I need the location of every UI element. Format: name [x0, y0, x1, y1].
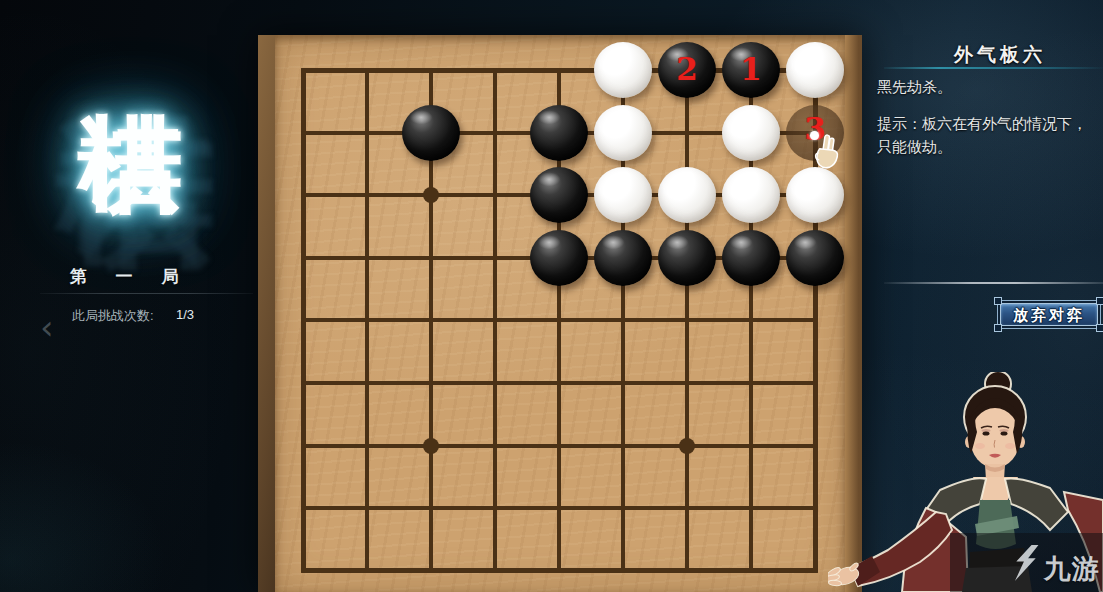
move-number-label: 1: [722, 42, 780, 98]
board-grid-line-v: [685, 68, 689, 574]
board-grid-line-h: [301, 506, 818, 510]
button-corner-ornament: [994, 324, 1002, 332]
go-stone-white: [722, 167, 780, 223]
go-stone-black: [530, 167, 588, 223]
watermark-logo-icon: [1012, 545, 1040, 581]
panel-divider: [884, 282, 1103, 284]
puzzle-title: 外气板六: [897, 42, 1103, 68]
board-grid-line-h: [301, 568, 818, 573]
round-label: 第 一 局: [30, 265, 230, 288]
move-number-label: 2: [658, 42, 716, 98]
back-chevron-icon[interactable]: ‹: [40, 310, 54, 344]
go-stone-black: [658, 230, 716, 286]
go-stone-white: [594, 105, 652, 161]
go-stone-white: [786, 167, 844, 223]
puzzle-hint: 提示：板六在有外气的情况下，只能做劫。: [877, 112, 1099, 158]
go-stone-black: [530, 230, 588, 286]
go-stone-black: 1: [722, 42, 780, 98]
game-screen: 诘棋 诘棋 第 一 局 此局挑战次数: 1/3 ‹ 213 外气板六 黑先劫杀。…: [0, 0, 1103, 592]
puzzle-objective: 黑先劫杀。: [877, 78, 1097, 97]
board-grid-line-h: [301, 318, 818, 322]
go-stone-black: [722, 230, 780, 286]
give-up-button-label: 放弃对弈: [1000, 303, 1098, 326]
board-grid-line-h: [301, 444, 818, 448]
star-point: [423, 187, 439, 203]
go-stone-white: [722, 105, 780, 161]
watermark-text: 九游: [1044, 551, 1100, 587]
go-stone-white: [786, 42, 844, 98]
title-underline: [884, 67, 1103, 69]
suggested-move-ghost-stone[interactable]: 3: [786, 105, 844, 161]
go-stone-white: [658, 167, 716, 223]
board-surface[interactable]: 213: [275, 35, 845, 592]
go-stone-white: [594, 167, 652, 223]
go-stone-white: [594, 42, 652, 98]
board-grid-line-h: [301, 381, 818, 385]
go-stone-black: [786, 230, 844, 286]
go-stone-black: [530, 105, 588, 161]
go-board: 213: [258, 35, 862, 592]
go-stone-black: 2: [658, 42, 716, 98]
attempts-label: 此局挑战次数:: [72, 307, 154, 325]
button-corner-ornament: [1096, 297, 1103, 305]
attempts-value: 1/3: [176, 307, 194, 322]
star-point: [679, 438, 695, 454]
tap-hand-icon: [813, 134, 843, 170]
button-corner-ornament: [1096, 324, 1103, 332]
button-corner-ornament: [994, 297, 1002, 305]
board-left-edge: [258, 35, 275, 592]
star-point: [423, 438, 439, 454]
go-stone-black: [402, 105, 460, 161]
go-stone-black: [594, 230, 652, 286]
give-up-button[interactable]: 放弃对弈: [997, 300, 1101, 329]
sidebar-divider: [40, 293, 253, 294]
